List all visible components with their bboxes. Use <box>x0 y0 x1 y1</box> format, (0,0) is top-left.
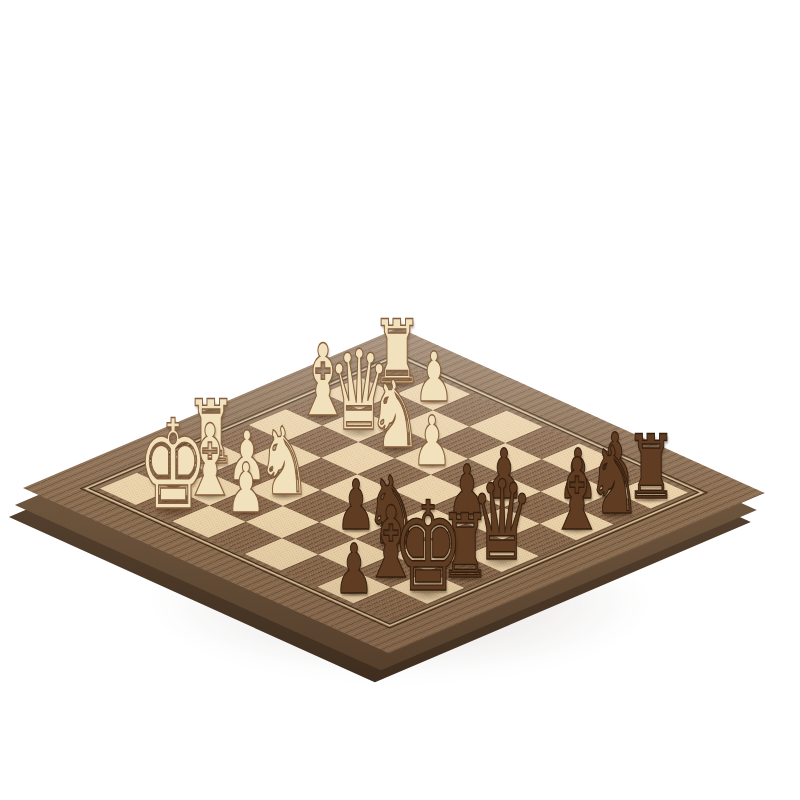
chess-photo-stage: ♜♞♝♛♜♚♟♟♝♟♟♟♞♟♟♞♞♟♟♛♟♝♚♜♝♜ <box>0 0 800 800</box>
